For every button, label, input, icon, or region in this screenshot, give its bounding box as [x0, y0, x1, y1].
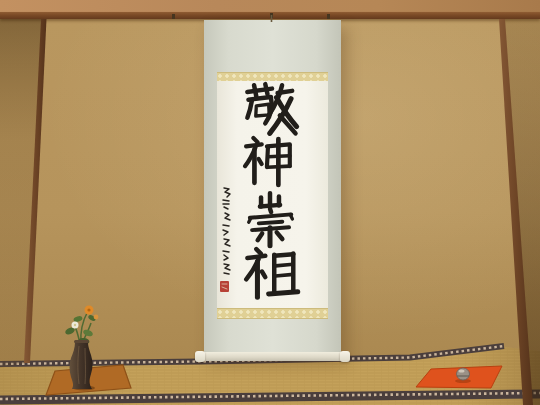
orange-flower-center — [87, 308, 90, 311]
bell-display — [416, 366, 502, 388]
tokonoma-scene: 敬神崇祖 柏樹 秋迎晴司謹書 — [0, 0, 540, 405]
bell-highlight — [459, 369, 465, 372]
scroll-hook-right — [327, 14, 330, 19]
orange-flower-small — [94, 315, 99, 320]
ikebana-arrangement — [46, 306, 131, 396]
foreground-layer — [0, 0, 540, 405]
vase-rim — [74, 340, 89, 343]
white-flower-center — [74, 324, 76, 326]
flower-vase — [70, 342, 93, 389]
scroll-hook-left — [172, 14, 175, 19]
